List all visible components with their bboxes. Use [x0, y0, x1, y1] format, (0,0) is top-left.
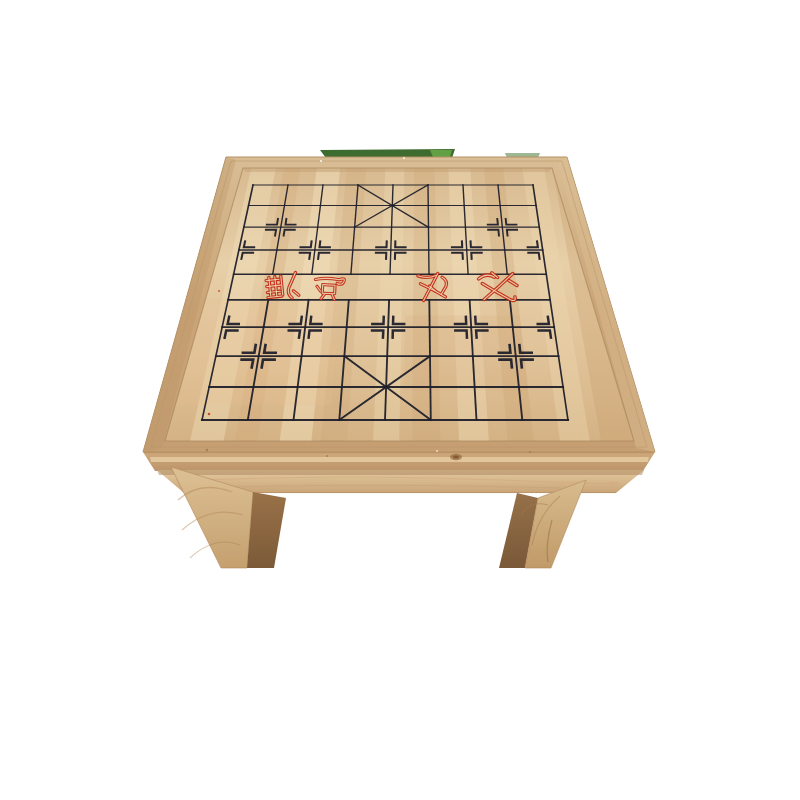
scene-canvas [0, 0, 800, 800]
xiangqi-table-product-photo: xiangqi (Chinese chess) 9/9/9/9/9/9/9/9/… [0, 0, 800, 800]
